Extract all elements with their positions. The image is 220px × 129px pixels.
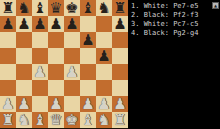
square-c2[interactable]: ♟: [32, 16, 48, 32]
square-e5[interactable]: ♟: [64, 64, 80, 80]
square-f8[interactable]: ♝: [80, 112, 96, 128]
square-f3[interactable]: ♟: [80, 32, 96, 48]
square-f1[interactable]: ♝: [80, 0, 96, 16]
square-b7[interactable]: ♟: [16, 96, 32, 112]
square-f6[interactable]: [80, 80, 96, 96]
square-d8[interactable]: ♛: [48, 112, 64, 128]
square-h4[interactable]: [112, 48, 128, 64]
square-h8[interactable]: ♜: [112, 112, 128, 128]
square-b4[interactable]: [16, 48, 32, 64]
square-b3[interactable]: [16, 32, 32, 48]
piece-black-bishop: ♝: [81, 0, 94, 16]
piece-white-pawn: ♟: [49, 96, 62, 112]
square-h7[interactable]: ♟: [112, 96, 128, 112]
piece-white-bishop: ♝: [33, 112, 46, 128]
square-a8[interactable]: ♜: [0, 112, 16, 128]
piece-black-bishop: ♝: [33, 0, 46, 16]
square-a1[interactable]: ♜: [0, 0, 16, 16]
square-a2[interactable]: ♟: [0, 16, 16, 32]
square-b8[interactable]: ♞: [16, 112, 32, 128]
move-entry: 3. White: Pc7-c5: [131, 20, 220, 29]
square-f5[interactable]: [80, 64, 96, 80]
piece-black-pawn: ♟: [17, 16, 30, 32]
square-d7[interactable]: ♟: [48, 96, 64, 112]
square-d2[interactable]: ♟: [48, 16, 64, 32]
square-c4[interactable]: [32, 48, 48, 64]
square-d4[interactable]: [48, 48, 64, 64]
square-e6[interactable]: [64, 80, 80, 96]
square-f2[interactable]: [80, 16, 96, 32]
piece-black-pawn: ♟: [113, 16, 126, 32]
square-c7[interactable]: [32, 96, 48, 112]
piece-black-pawn: ♟: [97, 48, 110, 64]
square-g6[interactable]: [96, 80, 112, 96]
move-list: 1. White: Pe7-e52. Black: Pf2-f33. White…: [131, 2, 220, 38]
square-g2[interactable]: [96, 16, 112, 32]
square-f7[interactable]: ♟: [80, 96, 96, 112]
piece-white-queen: ♛: [49, 112, 62, 128]
square-g8[interactable]: ♞: [96, 112, 112, 128]
square-b1[interactable]: ♞: [16, 0, 32, 16]
piece-white-bishop: ♝: [81, 112, 94, 128]
piece-black-rook: ♜: [113, 0, 126, 16]
piece-white-pawn: ♟: [17, 96, 30, 112]
move-entry: 1. White: Pe7-e5: [131, 2, 220, 11]
chess-app-window: ♜♞♝♛♚♝♞♜♟♟♟♟♟♟♟♟♟♟♟♟♟♟♟♟♜♞♝♛♚♝♞♜ 1. Whit…: [0, 0, 220, 129]
piece-white-king: ♚: [65, 112, 78, 128]
piece-black-pawn: ♟: [49, 16, 62, 32]
piece-black-knight: ♞: [17, 0, 30, 16]
square-g5[interactable]: [96, 64, 112, 80]
piece-white-rook: ♜: [113, 112, 126, 128]
square-a3[interactable]: [0, 32, 16, 48]
piece-white-pawn: ♟: [81, 96, 94, 112]
square-h6[interactable]: [112, 80, 128, 96]
chess-board-area: ♜♞♝♛♚♝♞♜♟♟♟♟♟♟♟♟♟♟♟♟♟♟♟♟♜♞♝♛♚♝♞♜: [0, 0, 128, 129]
square-c6[interactable]: [32, 80, 48, 96]
scrollbar-up-button[interactable]: ▲: [212, 2, 219, 9]
piece-black-rook: ♜: [1, 0, 14, 16]
square-a5[interactable]: [0, 64, 16, 80]
piece-black-pawn: ♟: [1, 16, 14, 32]
piece-white-pawn: ♟: [33, 64, 46, 80]
chess-board: ♜♞♝♛♚♝♞♜♟♟♟♟♟♟♟♟♟♟♟♟♟♟♟♟♜♞♝♛♚♝♞♜: [0, 0, 128, 128]
square-d6[interactable]: [48, 80, 64, 96]
square-h2[interactable]: ♟: [112, 16, 128, 32]
piece-white-pawn: ♟: [1, 96, 14, 112]
piece-black-pawn: ♟: [81, 32, 94, 48]
square-c8[interactable]: ♝: [32, 112, 48, 128]
square-a4[interactable]: [0, 48, 16, 64]
square-e7[interactable]: [64, 96, 80, 112]
square-h1[interactable]: ♜: [112, 0, 128, 16]
move-entry: 2. Black: Pf2-f3: [131, 11, 220, 20]
square-g3[interactable]: [96, 32, 112, 48]
square-e3[interactable]: [64, 32, 80, 48]
square-d1[interactable]: ♛: [48, 0, 64, 16]
move-list-panel: 1. White: Pe7-e52. Black: Pf2-f33. White…: [128, 0, 220, 129]
square-g7[interactable]: ♟: [96, 96, 112, 112]
square-b6[interactable]: [16, 80, 32, 96]
square-f4[interactable]: [80, 48, 96, 64]
piece-white-rook: ♜: [1, 112, 14, 128]
move-entry: 4. Black: Pg2-g4: [131, 29, 220, 38]
square-e2[interactable]: ♟: [64, 16, 80, 32]
square-g1[interactable]: ♞: [96, 0, 112, 16]
square-b2[interactable]: ♟: [16, 16, 32, 32]
piece-black-king: ♚: [65, 0, 78, 16]
square-e1[interactable]: ♚: [64, 0, 80, 16]
square-g4[interactable]: ♟: [96, 48, 112, 64]
square-h3[interactable]: [112, 32, 128, 48]
piece-black-pawn: ♟: [33, 16, 46, 32]
piece-black-pawn: ♟: [65, 16, 78, 32]
piece-white-pawn: ♟: [97, 96, 110, 112]
square-b5[interactable]: [16, 64, 32, 80]
square-c1[interactable]: ♝: [32, 0, 48, 16]
square-d3[interactable]: [48, 32, 64, 48]
square-c5[interactable]: ♟: [32, 64, 48, 80]
square-e4[interactable]: [64, 48, 80, 64]
square-h5[interactable]: [112, 64, 128, 80]
square-c3[interactable]: [32, 32, 48, 48]
piece-white-knight: ♞: [17, 112, 30, 128]
piece-white-pawn: ♟: [113, 96, 126, 112]
square-a6[interactable]: [0, 80, 16, 96]
piece-black-queen: ♛: [49, 0, 62, 16]
square-a7[interactable]: ♟: [0, 96, 16, 112]
piece-white-knight: ♞: [97, 112, 110, 128]
piece-black-knight: ♞: [97, 0, 110, 16]
square-e8[interactable]: ♚: [64, 112, 80, 128]
square-d5[interactable]: [48, 64, 64, 80]
piece-white-pawn: ♟: [65, 64, 78, 80]
